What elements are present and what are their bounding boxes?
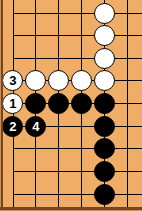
board-cell[interactable] [70, 70, 93, 93]
board-cell[interactable]: 3 [2, 70, 25, 93]
board-cell[interactable] [93, 24, 116, 47]
board-cell[interactable] [70, 183, 93, 206]
board-cell[interactable] [47, 70, 70, 93]
board-cell[interactable] [116, 183, 139, 206]
board-cell[interactable] [24, 92, 47, 115]
white-stone-move-3: 3 [2, 70, 23, 91]
white-stone [25, 70, 46, 91]
board-cell[interactable]: 2 [2, 115, 25, 138]
board-cell[interactable] [24, 2, 47, 25]
board-cell[interactable] [93, 137, 116, 160]
board-grid: 3124 [2, 2, 139, 206]
board-cell[interactable] [47, 160, 70, 183]
go-board: Go diagram: cropped bottom-left corner p… [0, 0, 142, 211]
white-stone [94, 3, 115, 24]
board-frame-bottom [0, 207, 142, 211]
black-stone-move-2: 2 [2, 116, 23, 137]
black-stone [94, 184, 115, 205]
board-cell[interactable] [116, 115, 139, 138]
board-cell[interactable] [116, 47, 139, 70]
board-cell[interactable] [24, 160, 47, 183]
white-stone [94, 48, 115, 69]
go-diagram: Go diagram: cropped bottom-left corner p… [0, 0, 142, 211]
board-cell[interactable] [93, 2, 116, 25]
board-cell[interactable] [70, 160, 93, 183]
board-cell[interactable]: 4 [24, 115, 47, 138]
board-frame-left [0, 0, 3, 211]
board-cell[interactable] [24, 24, 47, 47]
black-stone [71, 93, 92, 114]
board-cell[interactable] [70, 2, 93, 25]
board-cell[interactable] [47, 2, 70, 25]
board-cell[interactable] [24, 183, 47, 206]
board-cell[interactable] [24, 137, 47, 160]
black-stone [25, 93, 46, 114]
black-stone [94, 138, 115, 159]
board-cell[interactable] [93, 47, 116, 70]
board-cell[interactable] [116, 70, 139, 93]
board-cell[interactable] [116, 92, 139, 115]
board-cell[interactable] [47, 92, 70, 115]
board-cell[interactable] [70, 137, 93, 160]
board-cell[interactable] [93, 115, 116, 138]
board-cell[interactable] [47, 183, 70, 206]
black-stone [94, 93, 115, 114]
white-stone [94, 70, 115, 91]
board-cell[interactable] [2, 183, 25, 206]
board-cell[interactable] [116, 2, 139, 25]
board-cell[interactable] [47, 47, 70, 70]
board-cell[interactable] [24, 47, 47, 70]
board-cell[interactable] [2, 24, 25, 47]
board-cell[interactable] [2, 137, 25, 160]
board-cell[interactable] [93, 70, 116, 93]
board-cell[interactable] [116, 137, 139, 160]
white-stone [94, 25, 115, 46]
board-cell[interactable] [70, 115, 93, 138]
black-stone [94, 161, 115, 182]
board-cell[interactable] [2, 160, 25, 183]
white-stone-move-1: 1 [2, 93, 23, 114]
board-cell[interactable] [70, 24, 93, 47]
white-stone [48, 70, 69, 91]
board-cell[interactable] [47, 24, 70, 47]
board-cell[interactable] [93, 160, 116, 183]
black-stone [48, 93, 69, 114]
board-cell[interactable] [47, 115, 70, 138]
board-cell[interactable] [93, 92, 116, 115]
black-stone-move-4: 4 [25, 116, 46, 137]
board-cell[interactable] [70, 92, 93, 115]
board-cell[interactable] [70, 47, 93, 70]
black-stone [94, 116, 115, 137]
board-cell[interactable] [2, 2, 25, 25]
board-cell[interactable] [93, 183, 116, 206]
board-cell[interactable] [2, 47, 25, 70]
white-stone [71, 70, 92, 91]
board-cell[interactable] [116, 160, 139, 183]
board-cell[interactable] [47, 137, 70, 160]
board-cell[interactable] [24, 70, 47, 93]
board-cell[interactable] [116, 24, 139, 47]
board-cell[interactable]: 1 [2, 92, 25, 115]
